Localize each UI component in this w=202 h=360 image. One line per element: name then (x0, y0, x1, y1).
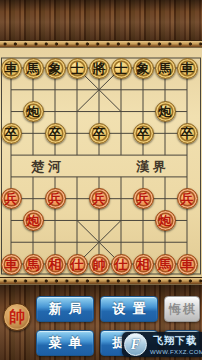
piece-red-soldier[interactable]: 兵 (89, 188, 110, 209)
piece-red-advisor[interactable]: 仕 (67, 254, 88, 275)
undo-move-button[interactable]: 悔棋 (164, 296, 200, 322)
river-label-right: 漢界 (136, 158, 170, 176)
piece-red-chariot[interactable]: 車 (177, 254, 198, 275)
wood-panel-top (0, 0, 202, 40)
piece-black-elephant[interactable]: 象 (45, 58, 66, 79)
piece-red-soldier[interactable]: 兵 (177, 188, 198, 209)
piece-black-cannon[interactable]: 炮 (155, 101, 176, 122)
piece-red-chariot[interactable]: 車 (1, 254, 22, 275)
piece-black-soldier[interactable]: 卒 (89, 123, 110, 144)
piece-red-horse[interactable]: 馬 (23, 254, 44, 275)
piece-red-elephant[interactable]: 相 (133, 254, 154, 275)
piece-black-horse[interactable]: 馬 (155, 58, 176, 79)
xiangqi-app-screen: 楚河 漢界 車馬象士將士象馬車炮炮卒卒卒卒卒兵兵兵兵兵炮炮車馬相仕帥仕相馬車 帥… (0, 0, 202, 360)
piece-red-horse[interactable]: 馬 (155, 254, 176, 275)
nail-strip-bottom (0, 277, 202, 285)
turn-indicator-red-general: 帥 (3, 303, 31, 331)
piece-red-soldier[interactable]: 兵 (45, 188, 66, 209)
watermark-logo-icon: F (124, 333, 147, 356)
piece-black-chariot[interactable]: 車 (1, 58, 22, 79)
watermark-url: WWW.FXXZ.COM (150, 349, 200, 355)
piece-black-general[interactable]: 將 (89, 58, 110, 79)
piece-black-soldier[interactable]: 卒 (177, 123, 198, 144)
piece-black-advisor[interactable]: 士 (67, 58, 88, 79)
piece-black-advisor[interactable]: 士 (111, 58, 132, 79)
piece-black-cannon[interactable]: 炮 (23, 101, 44, 122)
download-site-watermark: F 飞翔下载 WWW.FXXZ.COM (122, 332, 202, 357)
piece-red-soldier[interactable]: 兵 (133, 188, 154, 209)
piece-red-cannon[interactable]: 炮 (155, 210, 176, 231)
xiangqi-board[interactable]: 楚河 漢界 車馬象士將士象馬車炮炮卒卒卒卒卒兵兵兵兵兵炮炮車馬相仕帥仕相馬車 (0, 48, 202, 277)
settings-button[interactable]: 设置 (100, 296, 158, 322)
piece-black-horse[interactable]: 馬 (23, 58, 44, 79)
piece-black-soldier[interactable]: 卒 (133, 123, 154, 144)
piece-red-general[interactable]: 帥 (89, 254, 110, 275)
new-game-button[interactable]: 新局 (36, 296, 94, 322)
piece-red-elephant[interactable]: 相 (45, 254, 66, 275)
piece-red-advisor[interactable]: 仕 (111, 254, 132, 275)
piece-red-soldier[interactable]: 兵 (1, 188, 22, 209)
piece-black-elephant[interactable]: 象 (133, 58, 154, 79)
nail-strip-top (0, 40, 202, 48)
piece-black-soldier[interactable]: 卒 (45, 123, 66, 144)
river-label-left: 楚河 (31, 158, 65, 176)
piece-black-soldier[interactable]: 卒 (1, 123, 22, 144)
piece-red-cannon[interactable]: 炮 (23, 210, 44, 231)
watermark-site-name: 飞翔下载 (150, 334, 200, 348)
piece-black-chariot[interactable]: 車 (177, 58, 198, 79)
menu-button[interactable]: 菜单 (36, 330, 94, 356)
